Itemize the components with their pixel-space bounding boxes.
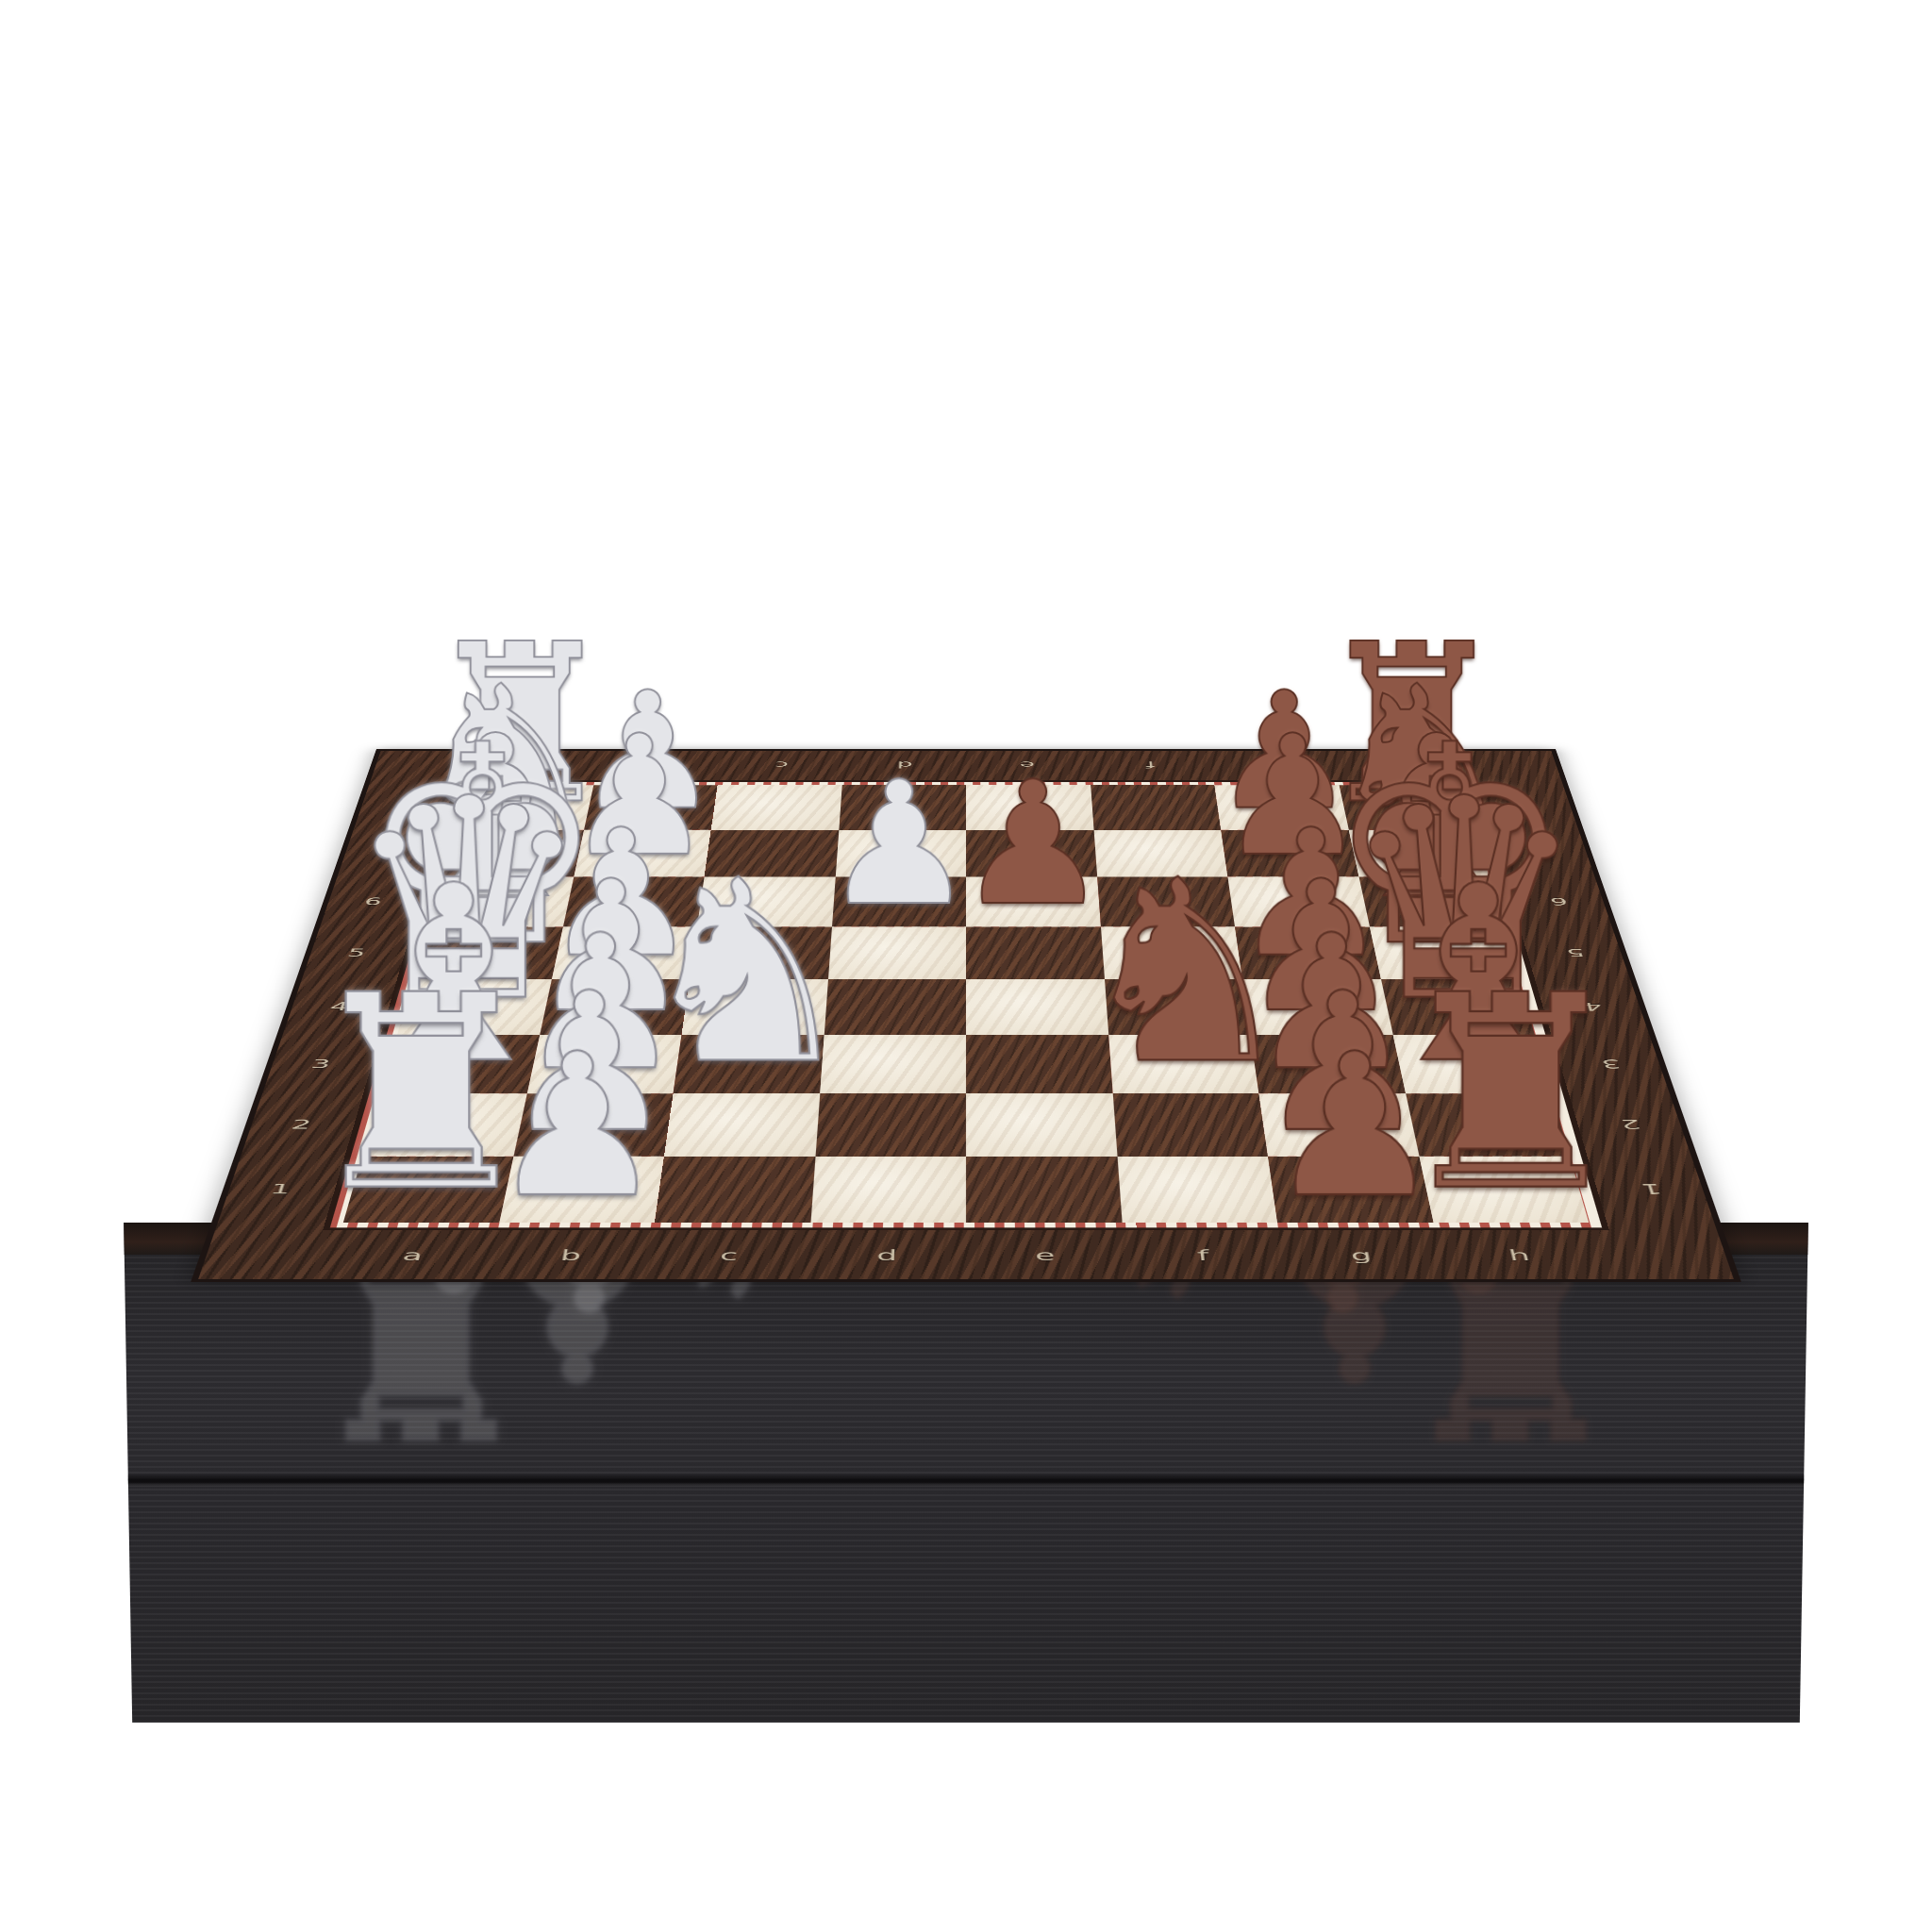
square-e2 — [966, 1093, 1117, 1156]
file-label-front-g: g — [1349, 1247, 1373, 1264]
copper-rook-h1: ♜ — [1391, 967, 1630, 1221]
file-label-back-f: f — [1145, 759, 1156, 770]
board-wood-border: ♜♟♟♜♞♟♟♞♝♟♟♝♚♟♟♚♛♟♟♛♝♟♞♞♟♝♟♟♜♟♟♜ 11aa22b… — [191, 749, 1741, 1282]
square-h1: ♜ — [1419, 1157, 1589, 1223]
file-label-back-c: c — [774, 759, 790, 770]
file-label-front-d: d — [876, 1247, 897, 1264]
file-label-front-e: e — [1035, 1247, 1056, 1264]
file-label-front-f: f — [1196, 1247, 1209, 1264]
rank-label-right-1: 1 — [1639, 1181, 1664, 1197]
square-d1 — [810, 1157, 966, 1223]
square-f2 — [1112, 1093, 1268, 1156]
file-label-front-b: b — [559, 1247, 583, 1264]
file-label-front-h: h — [1507, 1247, 1531, 1264]
silver-rook-a1: ♜ — [302, 967, 541, 1221]
square-c3: ♞ — [674, 1035, 824, 1093]
board-grid: ♜♟♟♜♞♟♟♞♝♟♟♝♚♟♟♚♛♟♟♛♝♟♞♞♟♝♟♟♜♟♟♜ — [343, 785, 1589, 1223]
file-label-front-a: a — [401, 1247, 425, 1264]
square-f3: ♞ — [1108, 1035, 1259, 1093]
chess-board: ♜♟♟♜♞♟♟♞♝♟♟♝♚♟♟♚♛♟♟♛♝♟♞♞♟♝♟♟♜♟♟♜ 11aa22b… — [191, 749, 1741, 1282]
square-e1 — [966, 1157, 1122, 1223]
square-f8 — [1091, 785, 1222, 829]
square-c2 — [664, 1093, 820, 1156]
square-f1 — [1117, 1157, 1277, 1223]
square-d2 — [815, 1093, 966, 1156]
file-label-front-c: c — [719, 1247, 739, 1264]
rank-label-left-1: 1 — [268, 1181, 293, 1197]
square-c1 — [655, 1157, 815, 1223]
scene: ♜♟♟♜♞♟♟♞♝♟♟♝♚♟♟♚♛♟♟♛♝♟♞♞♟♝♟♟♜♟♟♜ 11aa22b… — [0, 0, 1932, 1932]
rope-frame: ♜♟♟♜♞♟♟♞♝♟♟♝♚♟♟♚♛♟♟♛♝♟♞♞♟♝♟♟♜♟♟♜ — [326, 781, 1606, 1229]
square-a1: ♜ — [343, 1157, 513, 1223]
